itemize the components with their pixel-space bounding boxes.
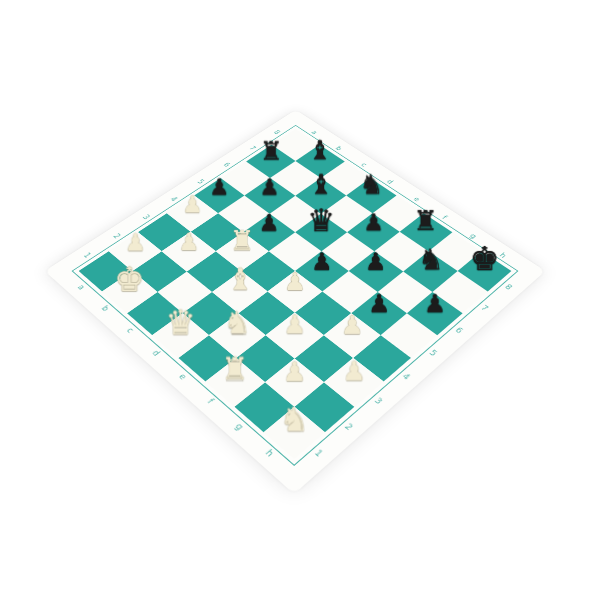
piece-black-pawn-b6[interactable]: ♟: [260, 176, 280, 198]
piece-white-knight-h1[interactable]: ♞: [280, 403, 310, 436]
piece-white-knight-e2[interactable]: ♞: [224, 308, 251, 339]
piece-black-pawn-g5[interactable]: ♟: [368, 291, 390, 316]
piece-black-bishop-b8[interactable]: ♝: [308, 138, 332, 164]
piece-black-pawn-h6[interactable]: ♟: [424, 291, 446, 316]
piece-black-pawn-e7[interactable]: ♟: [363, 212, 384, 235]
piece-white-pawn-h3[interactable]: ♟: [342, 359, 366, 385]
piece-white-pawn-b3[interactable]: ♟: [178, 230, 199, 254]
square-e7[interactable]: ♟: [347, 213, 399, 251]
piece-white-pawn-e4[interactable]: ♟: [284, 270, 306, 294]
piece-black-knight-d8[interactable]: ♞: [359, 172, 383, 199]
piece-black-rook-f8[interactable]: ♜: [414, 208, 438, 235]
scene: abcdefgh abcdefgh 87654321 87654321 ♝♞♜♚…: [0, 0, 600, 600]
piece-black-pawn-c5[interactable]: ♟: [259, 212, 280, 235]
piece-white-rook-f1[interactable]: ♜: [222, 355, 249, 386]
piece-black-knight-g7[interactable]: ♞: [417, 245, 443, 274]
piece-white-pawn-f3[interactable]: ♟: [283, 313, 306, 338]
piece-black-bishop-c7[interactable]: ♝: [308, 172, 332, 199]
piece-white-pawn-a4[interactable]: ♟: [182, 193, 202, 216]
piece-black-pawn-e5[interactable]: ♟: [311, 250, 333, 274]
piece-black-rook-a7[interactable]: ♜: [260, 139, 283, 164]
piece-white-bishop-d3[interactable]: ♝: [227, 266, 253, 296]
chess-board-grid: ♝♞♜♚♜♝♟♞♟♛♟♟♟♟♟♟♟♜♟♟♟♝♟♟♟♞♟♚♛♜♞: [79, 129, 512, 459]
piece-black-pawn-a5[interactable]: ♟: [209, 176, 229, 198]
chess-mat: abcdefgh abcdefgh 87654321 87654321 ♝♞♜♚…: [45, 110, 546, 494]
piece-white-queen-d1[interactable]: ♛: [165, 305, 195, 339]
piece-white-pawn-g4[interactable]: ♟: [340, 313, 363, 338]
piece-white-rook-c4[interactable]: ♜: [230, 227, 255, 255]
piece-white-pawn-g2[interactable]: ♟: [283, 359, 307, 385]
piece-white-pawn-a2[interactable]: ♟: [125, 230, 146, 254]
piece-black-pawn-f6[interactable]: ♟: [365, 250, 387, 274]
piece-black-king-h8[interactable]: ♚: [470, 242, 500, 275]
piece-black-queen-d6[interactable]: ♛: [307, 205, 335, 236]
piece-white-king-b1[interactable]: ♚: [115, 262, 145, 296]
